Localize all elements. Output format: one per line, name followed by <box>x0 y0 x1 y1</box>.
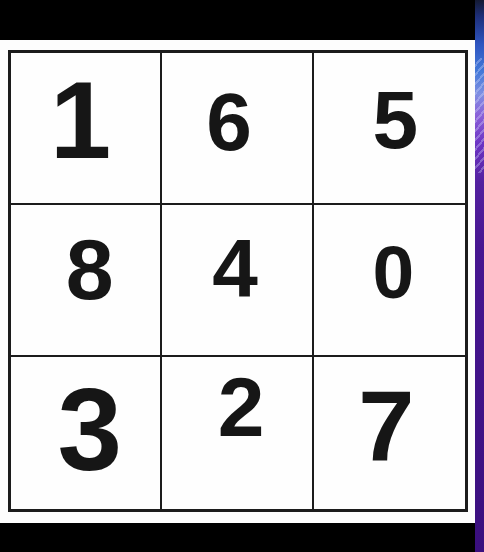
right-edge-gradient-strip <box>475 0 484 552</box>
cell-value-r2c3: 0 <box>372 235 414 310</box>
cell-r3c1: 3 <box>11 357 162 509</box>
number-grid-board: 1 6 5 8 4 0 3 2 7 <box>8 50 468 512</box>
cell-value-r1c3: 5 <box>373 79 419 161</box>
cell-r1c1: 1 <box>11 53 162 205</box>
cell-r3c3: 7 <box>314 357 465 509</box>
bottom-black-bar <box>0 523 484 552</box>
top-black-bar <box>0 0 484 40</box>
cell-r1c2: 6 <box>162 53 313 205</box>
cell-value-r3c1: 3 <box>57 372 122 488</box>
cell-value-r2c1: 8 <box>66 226 114 312</box>
cell-value-r3c3: 7 <box>358 376 414 477</box>
cell-r3c2: 2 <box>162 357 313 509</box>
cell-r2c3: 0 <box>314 205 465 357</box>
cell-r2c2: 4 <box>162 205 313 357</box>
cell-value-r2c2: 4 <box>212 227 258 309</box>
strip-diagonal-streaks <box>475 58 484 173</box>
cell-value-r3c2: 2 <box>218 365 265 449</box>
cell-value-r1c2: 6 <box>206 81 252 163</box>
cell-value-r1c1: 1 <box>50 65 111 175</box>
cell-r1c3: 5 <box>314 53 465 205</box>
cell-r2c1: 8 <box>11 205 162 357</box>
